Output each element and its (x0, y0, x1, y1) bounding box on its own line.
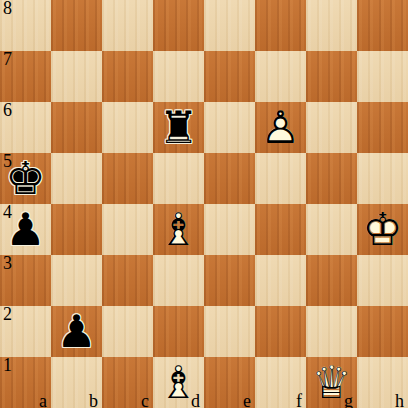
square-e1[interactable]: e (204, 357, 255, 408)
black-pawn-glyph: ♟ (51, 306, 102, 357)
square-a6[interactable]: 6 (0, 102, 51, 153)
square-f3[interactable] (255, 255, 306, 306)
square-e5[interactable] (204, 153, 255, 204)
white-pawn-outline-glyph: ♙ (255, 102, 306, 153)
square-a1[interactable]: 1a (0, 357, 51, 408)
file-label-e: e (243, 392, 251, 408)
rank-label-4: 4 (3, 203, 12, 222)
square-b2[interactable]: ♟ (51, 306, 102, 357)
square-b3[interactable] (51, 255, 102, 306)
file-label-c: c (141, 392, 149, 408)
black-pawn-b2[interactable]: ♟ (51, 306, 102, 357)
square-h2[interactable] (357, 306, 408, 357)
square-d8[interactable] (153, 0, 204, 51)
square-e7[interactable] (204, 51, 255, 102)
square-h7[interactable] (357, 51, 408, 102)
square-d1[interactable]: d♝♗ (153, 357, 204, 408)
black-rook-d6[interactable]: ♜ (153, 102, 204, 153)
square-a4[interactable]: 4♟ (0, 204, 51, 255)
square-d7[interactable] (153, 51, 204, 102)
square-d6[interactable]: ♜ (153, 102, 204, 153)
file-label-f: f (296, 392, 302, 408)
square-c2[interactable] (102, 306, 153, 357)
file-label-h: h (395, 392, 404, 408)
square-g5[interactable] (306, 153, 357, 204)
square-b7[interactable] (51, 51, 102, 102)
square-h5[interactable] (357, 153, 408, 204)
square-g2[interactable] (306, 306, 357, 357)
white-pawn-f6[interactable]: ♟♙ (255, 102, 306, 153)
white-king-outline-glyph: ♔ (357, 204, 408, 255)
square-e2[interactable] (204, 306, 255, 357)
square-d2[interactable] (153, 306, 204, 357)
square-g1[interactable]: g♛♕ (306, 357, 357, 408)
square-e3[interactable] (204, 255, 255, 306)
square-f7[interactable] (255, 51, 306, 102)
square-h8[interactable] (357, 0, 408, 51)
square-e6[interactable] (204, 102, 255, 153)
white-bishop-d4[interactable]: ♝♗ (153, 204, 204, 255)
file-label-d: d (191, 392, 200, 408)
square-g3[interactable] (306, 255, 357, 306)
square-g8[interactable] (306, 0, 357, 51)
square-b6[interactable] (51, 102, 102, 153)
rank-label-6: 6 (3, 101, 12, 120)
square-h3[interactable] (357, 255, 408, 306)
square-a2[interactable]: 2 (0, 306, 51, 357)
square-b5[interactable] (51, 153, 102, 204)
square-h1[interactable]: h (357, 357, 408, 408)
square-a8[interactable]: 8 (0, 0, 51, 51)
rank-label-5: 5 (3, 152, 12, 171)
square-f5[interactable] (255, 153, 306, 204)
square-d3[interactable] (153, 255, 204, 306)
square-g6[interactable] (306, 102, 357, 153)
square-h4[interactable]: ♚♔ (357, 204, 408, 255)
square-c8[interactable] (102, 0, 153, 51)
square-c5[interactable] (102, 153, 153, 204)
square-a7[interactable]: 7 (0, 51, 51, 102)
square-f2[interactable] (255, 306, 306, 357)
white-bishop-outline-glyph: ♗ (153, 204, 204, 255)
square-b8[interactable] (51, 0, 102, 51)
square-c4[interactable] (102, 204, 153, 255)
rank-label-3: 3 (3, 254, 12, 273)
white-king-h4[interactable]: ♚♔ (357, 204, 408, 255)
square-e8[interactable] (204, 0, 255, 51)
rank-label-1: 1 (3, 356, 12, 375)
square-h6[interactable] (357, 102, 408, 153)
rank-label-8: 8 (3, 0, 12, 18)
square-a5[interactable]: 5♚ (0, 153, 51, 204)
square-a3[interactable]: 3 (0, 255, 51, 306)
black-rook-glyph: ♜ (153, 102, 204, 153)
square-f1[interactable]: f (255, 357, 306, 408)
square-g4[interactable] (306, 204, 357, 255)
square-f6[interactable]: ♟♙ (255, 102, 306, 153)
square-f8[interactable] (255, 0, 306, 51)
chess-board: 876♜♟♙5♚4♟♝♗♚♔32♟1abcd♝♗efg♛♕h (0, 0, 408, 408)
file-label-g: g (344, 392, 353, 408)
square-f4[interactable] (255, 204, 306, 255)
file-label-b: b (89, 392, 98, 408)
file-label-a: a (39, 392, 47, 408)
square-g7[interactable] (306, 51, 357, 102)
square-c7[interactable] (102, 51, 153, 102)
square-e4[interactable] (204, 204, 255, 255)
square-b4[interactable] (51, 204, 102, 255)
square-d4[interactable]: ♝♗ (153, 204, 204, 255)
rank-label-7: 7 (3, 50, 12, 69)
square-d5[interactable] (153, 153, 204, 204)
square-c6[interactable] (102, 102, 153, 153)
rank-label-2: 2 (3, 305, 12, 324)
square-c1[interactable]: c (102, 357, 153, 408)
square-b1[interactable]: b (51, 357, 102, 408)
square-c3[interactable] (102, 255, 153, 306)
